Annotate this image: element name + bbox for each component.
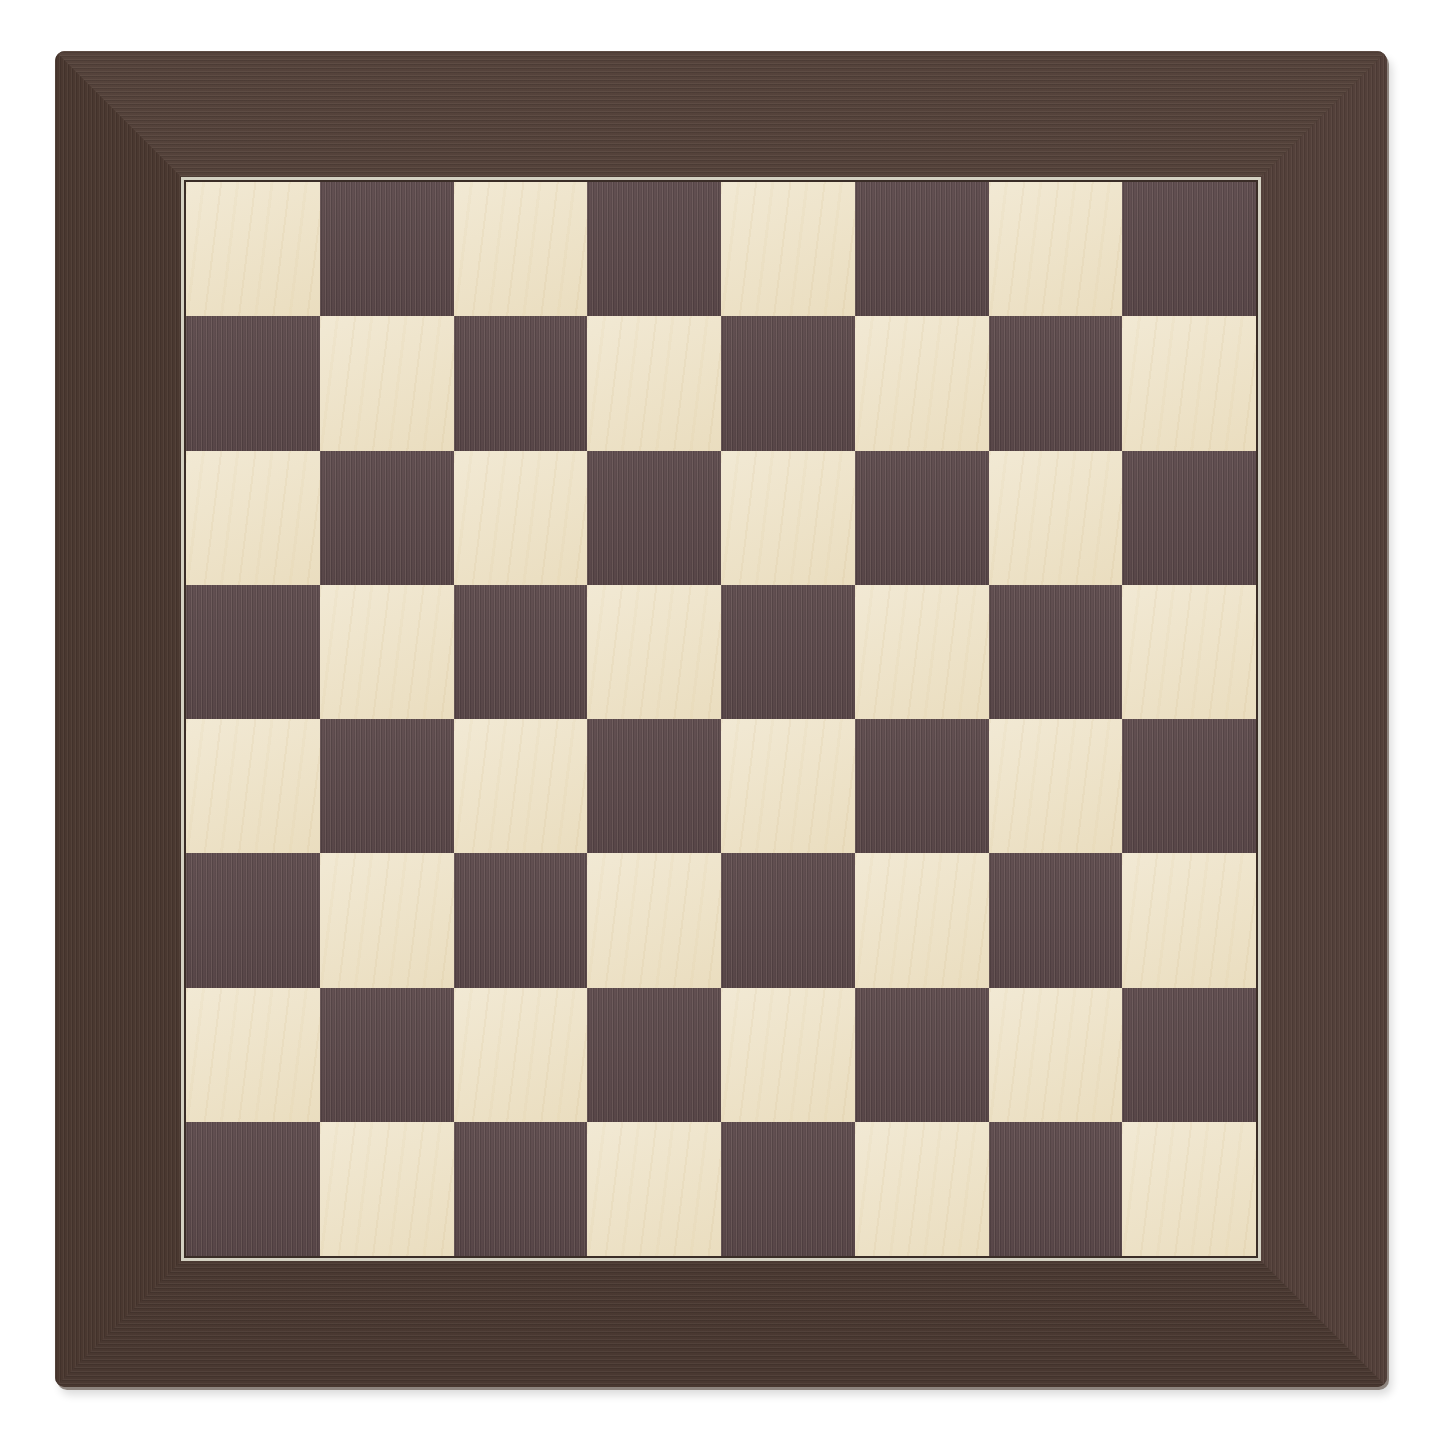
square-h8	[1122, 182, 1256, 316]
square-a4	[186, 719, 320, 853]
square-g1	[989, 1122, 1123, 1256]
square-g8	[989, 182, 1123, 316]
square-e5	[721, 585, 855, 719]
square-f7	[855, 316, 989, 450]
square-h2	[1122, 988, 1256, 1122]
square-b8	[320, 182, 454, 316]
square-f8	[855, 182, 989, 316]
square-e4	[721, 719, 855, 853]
square-d8	[587, 182, 721, 316]
square-a5	[186, 585, 320, 719]
square-e1	[721, 1122, 855, 1256]
square-h1	[1122, 1122, 1256, 1256]
chess-board	[55, 51, 1387, 1387]
square-h4	[1122, 719, 1256, 853]
square-c5	[454, 585, 588, 719]
square-c7	[454, 316, 588, 450]
square-f6	[855, 451, 989, 585]
square-h3	[1122, 853, 1256, 987]
square-b2	[320, 988, 454, 1122]
square-d4	[587, 719, 721, 853]
square-d1	[587, 1122, 721, 1256]
square-a7	[186, 316, 320, 450]
square-c3	[454, 853, 588, 987]
square-h7	[1122, 316, 1256, 450]
square-g7	[989, 316, 1123, 450]
square-d7	[587, 316, 721, 450]
square-a2	[186, 988, 320, 1122]
square-a6	[186, 451, 320, 585]
playing-field	[181, 177, 1261, 1261]
square-g4	[989, 719, 1123, 853]
square-e6	[721, 451, 855, 585]
square-e7	[721, 316, 855, 450]
square-d5	[587, 585, 721, 719]
square-f2	[855, 988, 989, 1122]
square-f5	[855, 585, 989, 719]
square-g2	[989, 988, 1123, 1122]
square-e8	[721, 182, 855, 316]
square-c2	[454, 988, 588, 1122]
square-h6	[1122, 451, 1256, 585]
square-b5	[320, 585, 454, 719]
square-b1	[320, 1122, 454, 1256]
square-e2	[721, 988, 855, 1122]
square-d6	[587, 451, 721, 585]
square-f3	[855, 853, 989, 987]
square-h5	[1122, 585, 1256, 719]
square-a1	[186, 1122, 320, 1256]
square-b3	[320, 853, 454, 987]
square-g3	[989, 853, 1123, 987]
squares-grid	[186, 182, 1256, 1256]
square-d2	[587, 988, 721, 1122]
square-g6	[989, 451, 1123, 585]
square-d3	[587, 853, 721, 987]
square-f1	[855, 1122, 989, 1256]
square-b7	[320, 316, 454, 450]
square-b6	[320, 451, 454, 585]
square-c8	[454, 182, 588, 316]
square-a3	[186, 853, 320, 987]
photo-background	[0, 0, 1445, 1445]
square-b4	[320, 719, 454, 853]
square-c1	[454, 1122, 588, 1256]
square-g5	[989, 585, 1123, 719]
square-a8	[186, 182, 320, 316]
square-f4	[855, 719, 989, 853]
square-c6	[454, 451, 588, 585]
square-c4	[454, 719, 588, 853]
square-e3	[721, 853, 855, 987]
